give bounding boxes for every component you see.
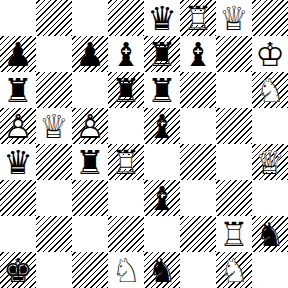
square-e3[interactable]: ♝♝ xyxy=(144,180,180,216)
piece-glyph: ♖ xyxy=(216,216,252,252)
white-knight[interactable]: ♞♘ xyxy=(108,252,144,288)
square-c2[interactable] xyxy=(72,216,108,252)
white-rook[interactable]: ♜♖ xyxy=(180,0,216,36)
black-bishop[interactable]: ♝♝ xyxy=(144,108,180,144)
square-f6[interactable] xyxy=(180,72,216,108)
square-d8[interactable] xyxy=(108,0,144,36)
piece-glyph: ♖ xyxy=(108,144,144,180)
square-c4[interactable]: ♜♜ xyxy=(72,144,108,180)
square-e2[interactable] xyxy=(144,216,180,252)
square-g2[interactable]: ♜♖ xyxy=(216,216,252,252)
black-knight[interactable]: ♞♞ xyxy=(252,216,288,252)
black-rook[interactable]: ♜♜ xyxy=(108,72,144,108)
square-f4[interactable] xyxy=(180,144,216,180)
square-b4[interactable] xyxy=(36,144,72,180)
black-pawn[interactable]: ♟♟ xyxy=(0,36,36,72)
square-e7[interactable]: ♜♜ xyxy=(144,36,180,72)
square-b5[interactable]: ♛♕ xyxy=(36,108,72,144)
piece-glyph: ♕ xyxy=(216,0,252,36)
square-g6[interactable] xyxy=(216,72,252,108)
square-h8[interactable] xyxy=(252,0,288,36)
square-b7[interactable] xyxy=(36,36,72,72)
piece-glyph: ♞ xyxy=(144,252,180,288)
square-d3[interactable] xyxy=(108,180,144,216)
square-f2[interactable] xyxy=(180,216,216,252)
square-h7[interactable]: ♚♔ xyxy=(252,36,288,72)
square-b8[interactable] xyxy=(36,0,72,36)
square-c3[interactable] xyxy=(72,180,108,216)
piece-glyph: ♙ xyxy=(0,108,36,144)
square-d2[interactable] xyxy=(108,216,144,252)
piece-glyph: ♛ xyxy=(0,144,36,180)
chess-board: ♛♛♜♖♛♕♟♟♟♟♝♝♜♜♝♝♚♔♜♜♜♜♜♜♞♘♟♙♛♕♟♙♝♝♛♛♜♜♜♖… xyxy=(0,0,288,288)
black-queen[interactable]: ♛♛ xyxy=(144,0,180,36)
black-king[interactable]: ♚♚ xyxy=(0,252,36,288)
square-b1[interactable] xyxy=(36,252,72,288)
piece-glyph: ♜ xyxy=(108,72,144,108)
piece-glyph: ♞ xyxy=(252,216,288,252)
black-bishop[interactable]: ♝♝ xyxy=(144,180,180,216)
piece-glyph: ♕ xyxy=(252,144,288,180)
piece-glyph: ♘ xyxy=(108,252,144,288)
square-a6[interactable]: ♜♜ xyxy=(0,72,36,108)
square-a3[interactable] xyxy=(0,180,36,216)
square-h5[interactable] xyxy=(252,108,288,144)
square-g8[interactable]: ♛♕ xyxy=(216,0,252,36)
black-bishop[interactable]: ♝♝ xyxy=(108,36,144,72)
square-h6[interactable]: ♞♘ xyxy=(252,72,288,108)
square-e1[interactable]: ♞♞ xyxy=(144,252,180,288)
square-h2[interactable]: ♞♞ xyxy=(252,216,288,252)
square-d1[interactable]: ♞♘ xyxy=(108,252,144,288)
piece-glyph: ♙ xyxy=(72,108,108,144)
square-a2[interactable] xyxy=(0,216,36,252)
piece-glyph: ♟ xyxy=(72,36,108,72)
piece-glyph: ♘ xyxy=(252,72,288,108)
black-rook[interactable]: ♜♜ xyxy=(144,72,180,108)
piece-glyph: ♔ xyxy=(252,36,288,72)
white-king[interactable]: ♚♔ xyxy=(252,36,288,72)
square-c7[interactable]: ♟♟ xyxy=(72,36,108,72)
square-e6[interactable]: ♜♜ xyxy=(144,72,180,108)
square-h4[interactable]: ♛♕ xyxy=(252,144,288,180)
black-bishop[interactable]: ♝♝ xyxy=(180,36,216,72)
black-pawn[interactable]: ♟♟ xyxy=(72,36,108,72)
piece-glyph: ♚ xyxy=(0,252,36,288)
square-g4[interactable] xyxy=(216,144,252,180)
square-h3[interactable] xyxy=(252,180,288,216)
square-d6[interactable]: ♜♜ xyxy=(108,72,144,108)
square-e4[interactable] xyxy=(144,144,180,180)
piece-glyph: ♟ xyxy=(0,36,36,72)
piece-glyph: ♕ xyxy=(36,108,72,144)
white-pawn[interactable]: ♟♙ xyxy=(0,108,36,144)
black-knight[interactable]: ♞♞ xyxy=(144,252,180,288)
piece-glyph: ♝ xyxy=(144,180,180,216)
white-knight[interactable]: ♞♘ xyxy=(252,72,288,108)
square-c5[interactable]: ♟♙ xyxy=(72,108,108,144)
white-pawn[interactable]: ♟♙ xyxy=(72,108,108,144)
black-rook[interactable]: ♜♜ xyxy=(144,36,180,72)
square-g7[interactable] xyxy=(216,36,252,72)
square-a7[interactable]: ♟♟ xyxy=(0,36,36,72)
square-e5[interactable]: ♝♝ xyxy=(144,108,180,144)
square-f1[interactable] xyxy=(180,252,216,288)
white-rook[interactable]: ♜♖ xyxy=(216,216,252,252)
white-rook[interactable]: ♜♖ xyxy=(108,144,144,180)
square-c8[interactable] xyxy=(72,0,108,36)
square-a4[interactable]: ♛♛ xyxy=(0,144,36,180)
piece-glyph: ♛ xyxy=(144,0,180,36)
piece-glyph: ♜ xyxy=(72,144,108,180)
square-f5[interactable] xyxy=(180,108,216,144)
piece-glyph: ♜ xyxy=(144,36,180,72)
piece-glyph: ♖ xyxy=(180,0,216,36)
square-d4[interactable]: ♜♖ xyxy=(108,144,144,180)
white-queen[interactable]: ♛♕ xyxy=(216,0,252,36)
black-rook[interactable]: ♜♜ xyxy=(0,72,36,108)
white-queen[interactable]: ♛♕ xyxy=(252,144,288,180)
square-d5[interactable] xyxy=(108,108,144,144)
piece-glyph: ♜ xyxy=(0,72,36,108)
piece-glyph: ♜ xyxy=(144,72,180,108)
square-c6[interactable] xyxy=(72,72,108,108)
square-c1[interactable] xyxy=(72,252,108,288)
square-f7[interactable]: ♝♝ xyxy=(180,36,216,72)
square-b2[interactable] xyxy=(36,216,72,252)
square-e8[interactable]: ♛♛ xyxy=(144,0,180,36)
square-a8[interactable] xyxy=(0,0,36,36)
white-knight[interactable]: ♞♘ xyxy=(216,252,252,288)
square-f3[interactable] xyxy=(180,180,216,216)
square-f8[interactable]: ♜♖ xyxy=(180,0,216,36)
black-rook[interactable]: ♜♜ xyxy=(72,144,108,180)
square-b6[interactable] xyxy=(36,72,72,108)
square-d7[interactable]: ♝♝ xyxy=(108,36,144,72)
white-queen[interactable]: ♛♕ xyxy=(36,108,72,144)
square-h1[interactable] xyxy=(252,252,288,288)
square-g5[interactable] xyxy=(216,108,252,144)
piece-glyph: ♝ xyxy=(108,36,144,72)
square-g1[interactable]: ♞♘ xyxy=(216,252,252,288)
square-a5[interactable]: ♟♙ xyxy=(0,108,36,144)
square-g3[interactable] xyxy=(216,180,252,216)
piece-glyph: ♝ xyxy=(144,108,180,144)
square-b3[interactable] xyxy=(36,180,72,216)
piece-glyph: ♝ xyxy=(180,36,216,72)
piece-glyph: ♘ xyxy=(216,252,252,288)
square-a1[interactable]: ♚♚ xyxy=(0,252,36,288)
black-queen[interactable]: ♛♛ xyxy=(0,144,36,180)
